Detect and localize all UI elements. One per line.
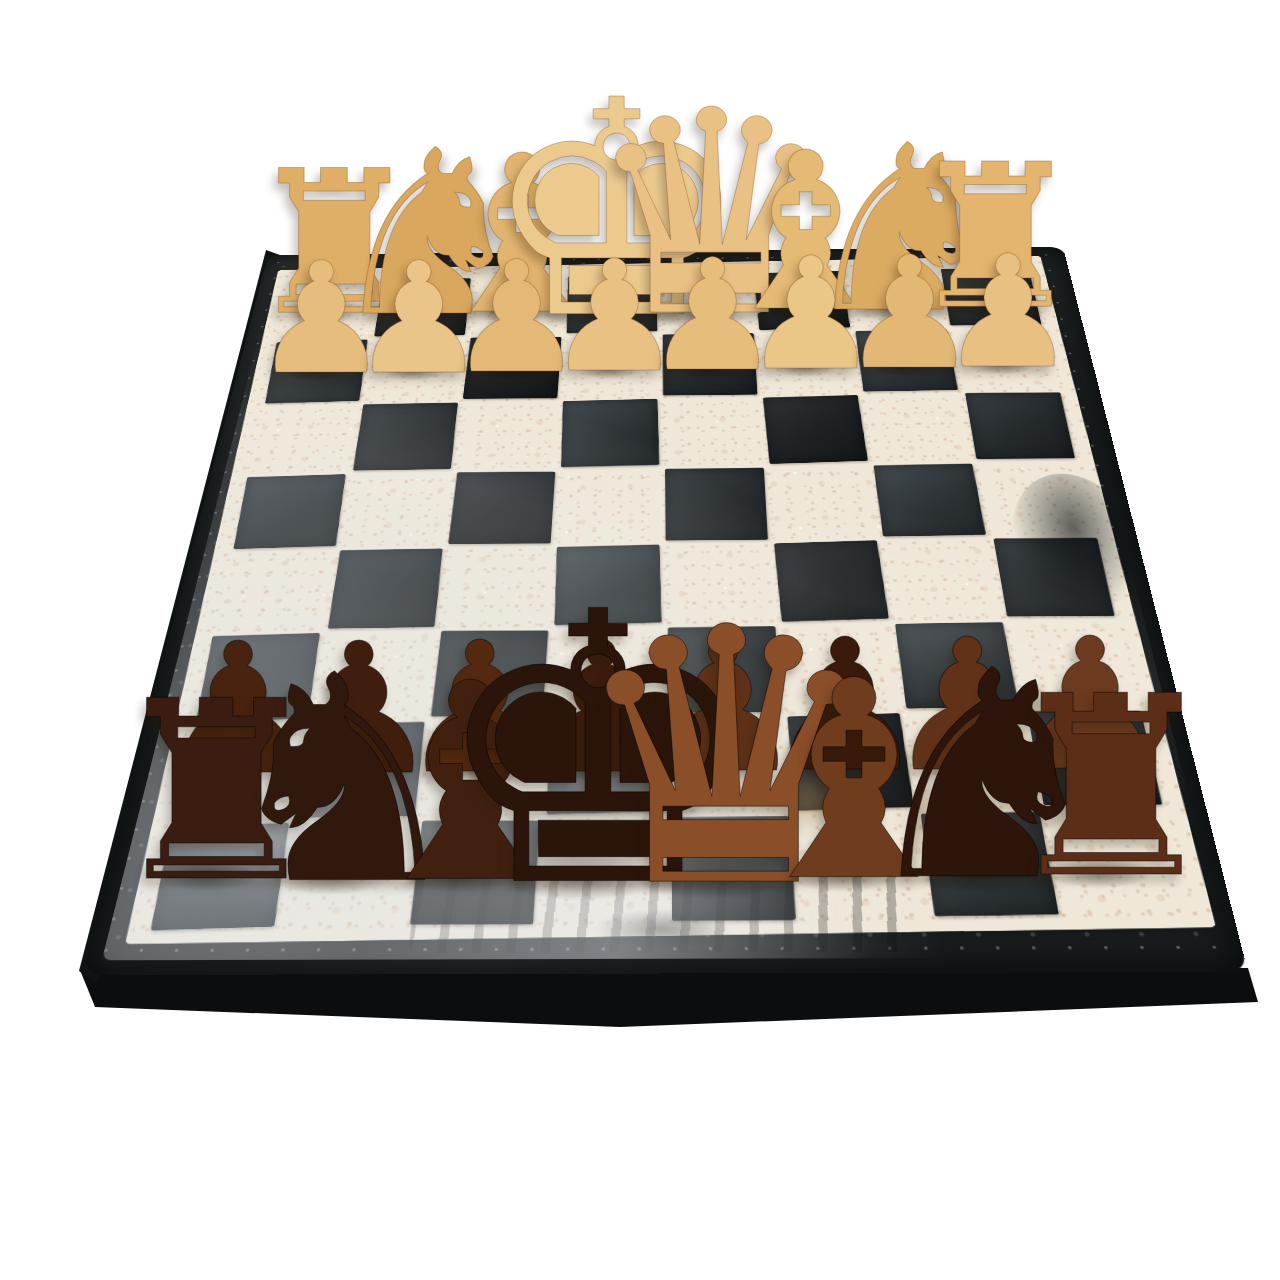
pawn-glyph: ♟ bbox=[939, 236, 1078, 391]
square-g3[interactable] bbox=[350, 401, 461, 473]
square-e3[interactable] bbox=[558, 397, 662, 469]
rook-glyph: ♜ bbox=[1000, 664, 1223, 913]
square-e4[interactable] bbox=[554, 467, 663, 545]
square-h3[interactable] bbox=[246, 403, 361, 475]
dark-square-sticker bbox=[353, 403, 458, 471]
pieces-layer: ♜♞♝♚♛♝♞♜♟♟♟♟♟♟♟♟♟♟♟♟♟♟♟♟♜♞♝♚♛♝♞♜ bbox=[0, 0, 1280, 1280]
square-h4[interactable] bbox=[229, 472, 349, 550]
dark-square-sticker bbox=[233, 474, 346, 549]
dark-square-sticker bbox=[448, 471, 556, 543]
dark-square-sticker bbox=[873, 463, 986, 536]
square-c4[interactable] bbox=[766, 463, 880, 540]
dark-square-sticker bbox=[561, 399, 660, 467]
chess-set-photo: ♜♞♝♚♛♝♞♜♟♟♟♟♟♟♟♟♟♟♟♟♟♟♟♟♜♞♝♚♛♝♞♜ bbox=[0, 0, 1280, 1280]
dark-square-sticker bbox=[665, 467, 768, 540]
square-a4[interactable] bbox=[975, 459, 1099, 536]
square-b4[interactable] bbox=[870, 461, 989, 538]
square-d4[interactable] bbox=[662, 465, 772, 543]
square-f3[interactable] bbox=[454, 399, 561, 471]
square-d3[interactable] bbox=[661, 395, 766, 467]
